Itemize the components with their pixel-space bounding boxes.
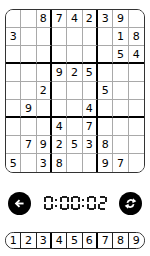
cell-r4c8[interactable] bbox=[113, 64, 128, 82]
restart-button[interactable] bbox=[119, 192, 142, 215]
cell-r3c8[interactable]: 5 bbox=[113, 46, 128, 64]
cell-r5c2[interactable] bbox=[21, 82, 36, 100]
cell-r8c6[interactable]: 3 bbox=[83, 136, 98, 154]
numpad-key-2[interactable]: 2 bbox=[21, 233, 36, 248]
lcd-digit-0 bbox=[44, 196, 53, 210]
cell-r2c1[interactable]: 3 bbox=[6, 28, 21, 46]
cell-r1c5[interactable]: 4 bbox=[67, 10, 82, 28]
cell-r3c6[interactable] bbox=[83, 46, 98, 64]
numpad-key-5[interactable]: 5 bbox=[67, 233, 82, 248]
cell-r1c9[interactable] bbox=[129, 10, 144, 28]
refresh-icon bbox=[123, 196, 138, 211]
lcd-digit-0 bbox=[71, 196, 80, 210]
cell-r8c4[interactable]: 2 bbox=[52, 136, 67, 154]
cell-r1c3[interactable]: 8 bbox=[37, 10, 52, 28]
lcd-digit-0 bbox=[87, 196, 96, 210]
cell-r3c3[interactable] bbox=[37, 46, 52, 64]
cell-r8c2[interactable]: 7 bbox=[21, 136, 36, 154]
cell-r9c6[interactable] bbox=[83, 154, 98, 172]
cell-r4c5[interactable]: 2 bbox=[67, 64, 82, 82]
cell-r9c7[interactable]: 9 bbox=[98, 154, 113, 172]
numpad-key-6[interactable]: 6 bbox=[83, 233, 98, 248]
cell-r7c5[interactable] bbox=[67, 118, 82, 136]
numpad-key-7[interactable]: 7 bbox=[98, 233, 113, 248]
cell-r5c1[interactable] bbox=[6, 82, 21, 100]
cell-r2c6[interactable] bbox=[83, 28, 98, 46]
cell-r5c8[interactable] bbox=[113, 82, 128, 100]
cell-r2c8[interactable]: 1 bbox=[113, 28, 128, 46]
cell-r2c7[interactable] bbox=[98, 28, 113, 46]
numpad-key-1[interactable]: 1 bbox=[6, 233, 21, 248]
cell-r8c1[interactable] bbox=[6, 136, 21, 154]
cell-r7c3[interactable] bbox=[37, 118, 52, 136]
cell-r7c4[interactable]: 4 bbox=[52, 118, 67, 136]
back-arrow-icon bbox=[12, 196, 27, 211]
cell-r7c2[interactable] bbox=[21, 118, 36, 136]
cell-r7c7[interactable] bbox=[98, 118, 113, 136]
cell-r4c7[interactable] bbox=[98, 64, 113, 82]
cell-r6c1[interactable] bbox=[6, 100, 21, 118]
cell-r5c3[interactable]: 2 bbox=[37, 82, 52, 100]
lcd-colon bbox=[55, 196, 58, 210]
cell-r9c9[interactable] bbox=[129, 154, 144, 172]
toolbar bbox=[0, 190, 150, 216]
cell-r9c2[interactable] bbox=[21, 154, 36, 172]
cell-r6c6[interactable]: 4 bbox=[83, 100, 98, 118]
cell-r2c4[interactable] bbox=[52, 28, 67, 46]
numpad-key-3[interactable]: 3 bbox=[37, 233, 52, 248]
cell-r6c7[interactable] bbox=[98, 100, 113, 118]
cell-r2c5[interactable] bbox=[67, 28, 82, 46]
cell-r9c5[interactable] bbox=[67, 154, 82, 172]
cell-r8c5[interactable]: 5 bbox=[67, 136, 82, 154]
cell-r4c3[interactable] bbox=[37, 64, 52, 82]
cell-r1c8[interactable]: 9 bbox=[113, 10, 128, 28]
cell-r9c1[interactable]: 5 bbox=[6, 154, 21, 172]
cell-r6c9[interactable] bbox=[129, 100, 144, 118]
cell-r9c4[interactable]: 8 bbox=[52, 154, 67, 172]
numpad-key-4[interactable]: 4 bbox=[52, 233, 67, 248]
cell-r7c8[interactable] bbox=[113, 118, 128, 136]
numpad-key-9[interactable]: 9 bbox=[129, 233, 144, 248]
cell-r4c2[interactable] bbox=[21, 64, 36, 82]
cell-r7c1[interactable] bbox=[6, 118, 21, 136]
cell-r3c7[interactable] bbox=[98, 46, 113, 64]
cell-r9c8[interactable]: 7 bbox=[113, 154, 128, 172]
cell-r2c9[interactable]: 8 bbox=[129, 28, 144, 46]
cell-r3c9[interactable]: 4 bbox=[129, 46, 144, 64]
cell-r8c3[interactable]: 9 bbox=[37, 136, 52, 154]
cell-r5c9[interactable] bbox=[129, 82, 144, 100]
cell-r5c6[interactable] bbox=[83, 82, 98, 100]
cell-r1c6[interactable]: 2 bbox=[83, 10, 98, 28]
cell-r8c9[interactable] bbox=[129, 136, 144, 154]
cell-r6c2[interactable]: 9 bbox=[21, 100, 36, 118]
cell-r1c4[interactable]: 7 bbox=[52, 10, 67, 28]
cell-r3c1[interactable] bbox=[6, 46, 21, 64]
cell-r2c2[interactable] bbox=[21, 28, 36, 46]
lcd-digit-0 bbox=[60, 196, 69, 210]
cell-r3c4[interactable] bbox=[52, 46, 67, 64]
cell-r5c7[interactable]: 5 bbox=[98, 82, 113, 100]
cell-r4c4[interactable]: 9 bbox=[52, 64, 67, 82]
cell-r2c3[interactable] bbox=[37, 28, 52, 46]
timer-display bbox=[44, 196, 107, 210]
cell-r4c1[interactable] bbox=[6, 64, 21, 82]
cell-r6c8[interactable] bbox=[113, 100, 128, 118]
cell-r5c4[interactable] bbox=[52, 82, 67, 100]
sudoku-board: 8742393185492525944779253853897 bbox=[5, 9, 145, 173]
cell-r4c6[interactable]: 5 bbox=[83, 64, 98, 82]
cell-r7c9[interactable] bbox=[129, 118, 144, 136]
lcd-digit-2 bbox=[98, 196, 107, 210]
cell-r6c5[interactable] bbox=[67, 100, 82, 118]
lcd-colon bbox=[82, 196, 85, 210]
number-pad: 123456789 bbox=[5, 232, 145, 249]
cell-r7c6[interactable]: 7 bbox=[83, 118, 98, 136]
back-button[interactable] bbox=[8, 192, 31, 215]
cell-r6c3[interactable] bbox=[37, 100, 52, 118]
numpad-key-8[interactable]: 8 bbox=[113, 233, 128, 248]
cell-r9c3[interactable]: 3 bbox=[37, 154, 52, 172]
cell-r1c2[interactable] bbox=[21, 10, 36, 28]
cell-r8c7[interactable]: 8 bbox=[98, 136, 113, 154]
cell-r5c5[interactable] bbox=[67, 82, 82, 100]
cell-r3c2[interactable] bbox=[21, 46, 36, 64]
cell-r1c7[interactable]: 3 bbox=[98, 10, 113, 28]
cell-r6c4[interactable] bbox=[52, 100, 67, 118]
cell-r3c5[interactable] bbox=[67, 46, 82, 64]
cell-r8c8[interactable] bbox=[113, 136, 128, 154]
cell-r1c1[interactable] bbox=[6, 10, 21, 28]
cell-r4c9[interactable] bbox=[129, 64, 144, 82]
